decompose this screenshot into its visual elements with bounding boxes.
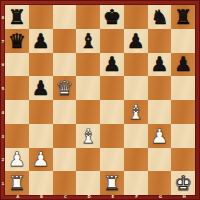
file-label-a: A: [6, 195, 30, 199]
rank-label-4: 4: [1, 101, 5, 125]
white-bishop[interactable]: ♝: [127, 102, 145, 122]
chess-board-frame: ♜♚♞♜♛♟♝♟♟♟♟♟♛♝♝♟♟♟♜♜♚ 87654321 ABCDEFGH: [0, 0, 200, 200]
square-e8[interactable]: ♚: [100, 5, 124, 29]
square-g1[interactable]: [148, 171, 172, 195]
rank-label-2: 2: [1, 149, 5, 173]
square-b6[interactable]: [29, 53, 53, 77]
rank-label-3: 3: [1, 125, 5, 149]
square-b7[interactable]: ♟: [29, 29, 53, 53]
square-e3[interactable]: [100, 124, 124, 148]
square-d2[interactable]: [76, 148, 100, 172]
rank-label-8: 8: [1, 6, 5, 30]
square-a2[interactable]: ♟: [5, 148, 29, 172]
square-f6[interactable]: [124, 53, 148, 77]
square-f3[interactable]: [124, 124, 148, 148]
square-e5[interactable]: [100, 76, 124, 100]
square-h3[interactable]: [171, 124, 195, 148]
square-d8[interactable]: [76, 5, 100, 29]
white-rook[interactable]: ♜: [8, 173, 26, 193]
square-a7[interactable]: ♛: [5, 29, 29, 53]
file-label-b: B: [30, 195, 54, 199]
file-label-h: H: [172, 195, 196, 199]
black-king[interactable]: ♚: [103, 7, 121, 27]
square-e2[interactable]: [100, 148, 124, 172]
white-pawn[interactable]: ♟: [32, 149, 50, 169]
square-f4[interactable]: ♝: [124, 100, 148, 124]
black-rook[interactable]: ♜: [8, 7, 26, 27]
square-b3[interactable]: [29, 124, 53, 148]
black-pawn[interactable]: ♟: [174, 54, 192, 74]
square-e7[interactable]: [100, 29, 124, 53]
rank-label-6: 6: [1, 54, 5, 78]
square-f2[interactable]: [124, 148, 148, 172]
square-d5[interactable]: [76, 76, 100, 100]
black-pawn[interactable]: ♟: [150, 54, 168, 74]
square-a1[interactable]: ♜: [5, 171, 29, 195]
square-g7[interactable]: [148, 29, 172, 53]
square-c5[interactable]: ♛: [53, 76, 77, 100]
square-g4[interactable]: [148, 100, 172, 124]
rank-labels: 87654321: [1, 6, 5, 196]
square-c1[interactable]: [53, 171, 77, 195]
square-e1[interactable]: ♜: [100, 171, 124, 195]
black-rook[interactable]: ♜: [174, 7, 192, 27]
square-f8[interactable]: [124, 5, 148, 29]
square-e6[interactable]: ♟: [100, 53, 124, 77]
white-king[interactable]: ♚: [174, 173, 192, 193]
square-d1[interactable]: [76, 171, 100, 195]
white-rook[interactable]: ♜: [103, 173, 121, 193]
square-b4[interactable]: [29, 100, 53, 124]
square-a8[interactable]: ♜: [5, 5, 29, 29]
white-pawn[interactable]: ♟: [150, 126, 168, 146]
square-h2[interactable]: [171, 148, 195, 172]
black-knight[interactable]: ♞: [150, 7, 168, 27]
black-pawn[interactable]: ♟: [32, 78, 50, 98]
square-d3[interactable]: ♝: [76, 124, 100, 148]
square-d7[interactable]: ♝: [76, 29, 100, 53]
chess-board: ♜♚♞♜♛♟♝♟♟♟♟♟♛♝♝♟♟♟♜♜♚: [5, 5, 195, 195]
white-queen[interactable]: ♛: [55, 78, 73, 98]
square-c3[interactable]: [53, 124, 77, 148]
square-g2[interactable]: [148, 148, 172, 172]
square-g3[interactable]: ♟: [148, 124, 172, 148]
square-h7[interactable]: [171, 29, 195, 53]
square-h5[interactable]: [171, 76, 195, 100]
square-c8[interactable]: [53, 5, 77, 29]
square-g5[interactable]: [148, 76, 172, 100]
square-a6[interactable]: [5, 53, 29, 77]
square-h8[interactable]: ♜: [171, 5, 195, 29]
black-pawn[interactable]: ♟: [103, 54, 121, 74]
square-c7[interactable]: [53, 29, 77, 53]
square-e4[interactable]: [100, 100, 124, 124]
square-h6[interactable]: ♟: [171, 53, 195, 77]
square-h1[interactable]: ♚: [171, 171, 195, 195]
rank-label-5: 5: [1, 77, 5, 101]
square-a3[interactable]: [5, 124, 29, 148]
file-label-f: F: [125, 195, 149, 199]
black-pawn[interactable]: ♟: [127, 31, 145, 51]
square-b5[interactable]: ♟: [29, 76, 53, 100]
square-f7[interactable]: ♟: [124, 29, 148, 53]
rank-label-1: 1: [1, 172, 5, 196]
square-a5[interactable]: [5, 76, 29, 100]
file-label-e: E: [101, 195, 125, 199]
file-label-g: G: [149, 195, 173, 199]
black-bishop[interactable]: ♝: [79, 31, 97, 51]
square-f1[interactable]: [124, 171, 148, 195]
square-a4[interactable]: [5, 100, 29, 124]
square-d6[interactable]: [76, 53, 100, 77]
black-queen[interactable]: ♛: [8, 31, 26, 51]
square-b1[interactable]: [29, 171, 53, 195]
square-b8[interactable]: [29, 5, 53, 29]
white-bishop[interactable]: ♝: [79, 126, 97, 146]
file-labels: ABCDEFGH: [6, 195, 196, 199]
square-c6[interactable]: [53, 53, 77, 77]
file-label-c: C: [54, 195, 78, 199]
square-c2[interactable]: [53, 148, 77, 172]
square-g8[interactable]: ♞: [148, 5, 172, 29]
square-f5[interactable]: [124, 76, 148, 100]
square-h4[interactable]: [171, 100, 195, 124]
file-label-d: D: [77, 195, 101, 199]
rank-label-7: 7: [1, 30, 5, 54]
square-c4[interactable]: [53, 100, 77, 124]
black-pawn[interactable]: ♟: [32, 31, 50, 51]
square-g6[interactable]: ♟: [148, 53, 172, 77]
square-b2[interactable]: ♟: [29, 148, 53, 172]
white-pawn[interactable]: ♟: [8, 149, 26, 169]
square-d4[interactable]: [76, 100, 100, 124]
